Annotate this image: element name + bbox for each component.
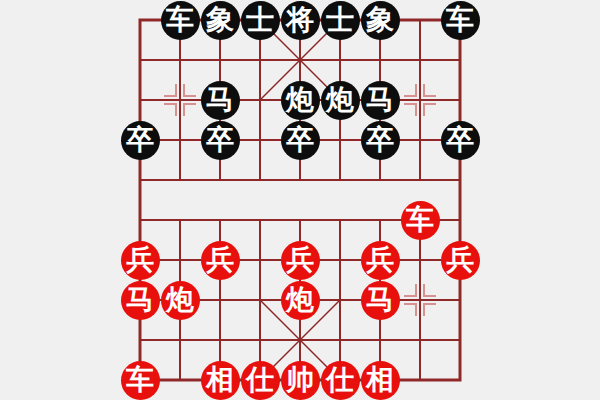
piece-red-horse[interactable]: 马 <box>361 281 400 320</box>
piece-black-soldier[interactable]: 卒 <box>361 121 400 160</box>
piece-black-chariot[interactable]: 车 <box>161 1 200 40</box>
piece-red-soldier[interactable]: 兵 <box>441 241 480 280</box>
piece-black-soldier[interactable]: 卒 <box>281 121 320 160</box>
piece-red-elephant[interactable]: 相 <box>361 361 400 400</box>
piece-black-cannon[interactable]: 炮 <box>281 81 320 120</box>
piece-red-soldier[interactable]: 兵 <box>121 241 160 280</box>
piece-black-advisor[interactable]: 士 <box>321 1 360 40</box>
piece-black-soldier[interactable]: 卒 <box>441 121 480 160</box>
piece-red-cannon[interactable]: 炮 <box>281 281 320 320</box>
piece-red-elephant[interactable]: 相 <box>201 361 240 400</box>
piece-black-horse[interactable]: 马 <box>201 81 240 120</box>
piece-black-general[interactable]: 将 <box>281 1 320 40</box>
piece-red-soldier[interactable]: 兵 <box>201 241 240 280</box>
piece-red-advisor[interactable]: 仕 <box>241 361 280 400</box>
piece-black-advisor[interactable]: 士 <box>241 1 280 40</box>
piece-black-elephant[interactable]: 象 <box>201 1 240 40</box>
piece-red-chariot[interactable]: 车 <box>401 201 440 240</box>
xiangqi-board: 车象士将士象车马炮炮马卒卒卒卒卒车兵兵兵兵兵马炮炮马车相仕帅仕相 <box>0 0 600 400</box>
piece-black-cannon[interactable]: 炮 <box>321 81 360 120</box>
piece-red-cannon[interactable]: 炮 <box>161 281 200 320</box>
piece-red-soldier[interactable]: 兵 <box>361 241 400 280</box>
piece-red-general[interactable]: 帅 <box>281 361 320 400</box>
piece-red-chariot[interactable]: 车 <box>121 361 160 400</box>
piece-red-horse[interactable]: 马 <box>121 281 160 320</box>
piece-black-soldier[interactable]: 卒 <box>201 121 240 160</box>
piece-red-advisor[interactable]: 仕 <box>321 361 360 400</box>
piece-black-horse[interactable]: 马 <box>361 81 400 120</box>
piece-black-soldier[interactable]: 卒 <box>121 121 160 160</box>
board-intersection-grid: 车象士将士象车马炮炮马卒卒卒卒卒车兵兵兵兵兵马炮炮马车相仕帅仕相 <box>120 0 480 400</box>
piece-black-chariot[interactable]: 车 <box>441 1 480 40</box>
piece-red-soldier[interactable]: 兵 <box>281 241 320 280</box>
piece-black-elephant[interactable]: 象 <box>361 1 400 40</box>
